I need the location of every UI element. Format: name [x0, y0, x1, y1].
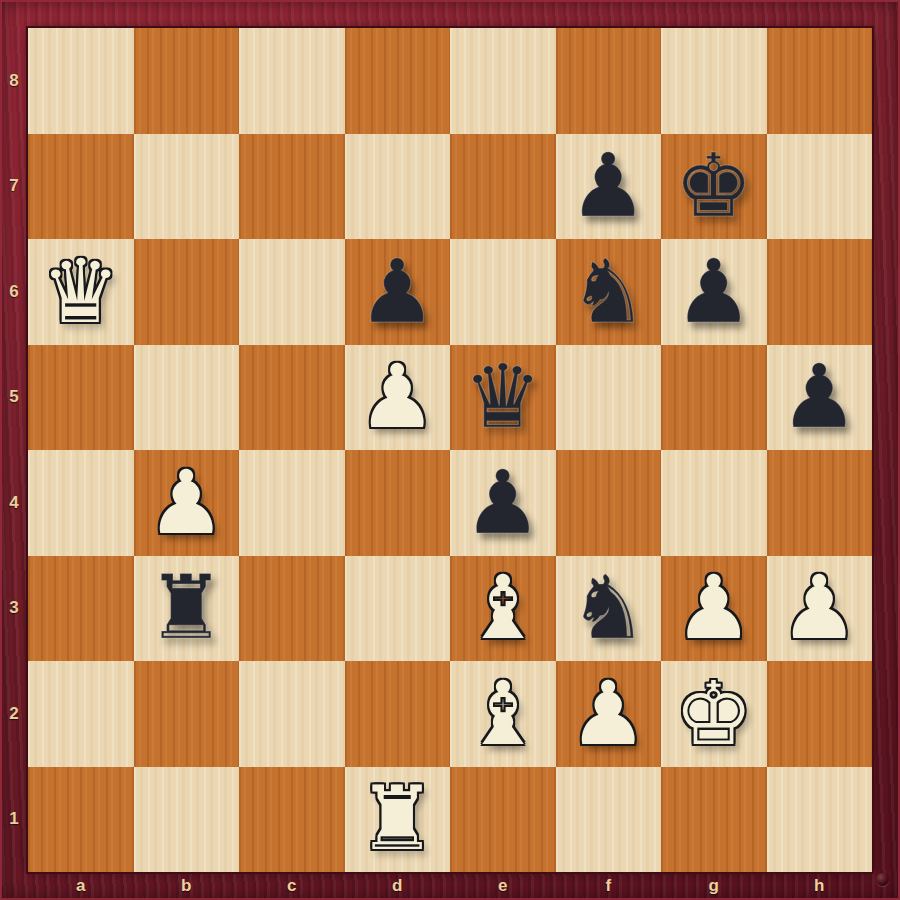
square-d4[interactable]: [345, 450, 451, 556]
piece-black-rook-b3[interactable]: ♜: [147, 564, 226, 652]
piece-black-pawn-d6[interactable]: ♟: [358, 248, 437, 336]
rank-label-1: 1: [0, 767, 28, 873]
piece-black-knight-f3[interactable]: ♞: [569, 564, 648, 652]
piece-black-pawn-h5[interactable]: ♟: [780, 353, 859, 441]
square-a2[interactable]: [28, 661, 134, 767]
rank-label-8: 8: [0, 28, 28, 134]
square-g7[interactable]: ♚: [661, 134, 767, 240]
square-c8[interactable]: [239, 28, 345, 134]
piece-white-bishop-e3[interactable]: ♝: [463, 564, 542, 652]
square-e4[interactable]: ♟: [450, 450, 556, 556]
rank-label-6: 6: [0, 239, 28, 345]
square-h3[interactable]: ♟: [767, 556, 873, 662]
square-c6[interactable]: [239, 239, 345, 345]
piece-black-king-g7[interactable]: ♚: [674, 142, 753, 230]
square-h4[interactable]: [767, 450, 873, 556]
piece-black-pawn-e4[interactable]: ♟: [463, 459, 542, 547]
square-d3[interactable]: [345, 556, 451, 662]
piece-white-king-g2[interactable]: ♚: [674, 670, 753, 758]
square-b4[interactable]: ♟: [134, 450, 240, 556]
square-f1[interactable]: [556, 767, 662, 873]
square-b5[interactable]: [134, 345, 240, 451]
square-c4[interactable]: [239, 450, 345, 556]
square-g4[interactable]: [661, 450, 767, 556]
square-f4[interactable]: [556, 450, 662, 556]
square-d5[interactable]: ♟: [345, 345, 451, 451]
square-e5[interactable]: ♛: [450, 345, 556, 451]
square-f3[interactable]: ♞: [556, 556, 662, 662]
square-h8[interactable]: [767, 28, 873, 134]
square-b7[interactable]: [134, 134, 240, 240]
square-e6[interactable]: [450, 239, 556, 345]
piece-white-pawn-h3[interactable]: ♟: [780, 564, 859, 652]
rank-label-5: 5: [0, 345, 28, 451]
file-label-g: g: [661, 872, 767, 900]
piece-black-queen-e5[interactable]: ♛: [463, 353, 542, 441]
square-a8[interactable]: [28, 28, 134, 134]
square-d8[interactable]: [345, 28, 451, 134]
file-label-b: b: [134, 872, 240, 900]
file-label-h: h: [767, 872, 873, 900]
square-b8[interactable]: [134, 28, 240, 134]
square-g3[interactable]: ♟: [661, 556, 767, 662]
file-labels: abcdefgh: [28, 872, 872, 900]
square-b3[interactable]: ♜: [134, 556, 240, 662]
file-label-a: a: [28, 872, 134, 900]
square-h5[interactable]: ♟: [767, 345, 873, 451]
square-g6[interactable]: ♟: [661, 239, 767, 345]
piece-black-knight-f6[interactable]: ♞: [569, 248, 648, 336]
square-d1[interactable]: ♜: [345, 767, 451, 873]
piece-white-pawn-f2[interactable]: ♟: [569, 670, 648, 758]
square-e7[interactable]: [450, 134, 556, 240]
piece-black-pawn-g6[interactable]: ♟: [674, 248, 753, 336]
file-label-c: c: [239, 872, 345, 900]
square-e8[interactable]: [450, 28, 556, 134]
square-h7[interactable]: [767, 134, 873, 240]
square-d7[interactable]: [345, 134, 451, 240]
square-a7[interactable]: [28, 134, 134, 240]
square-g8[interactable]: [661, 28, 767, 134]
square-e3[interactable]: ♝: [450, 556, 556, 662]
file-label-e: e: [450, 872, 556, 900]
board: ♟♚♛♟♞♟♟♛♟♟♟♜♝♞♟♟♝♟♚♜: [28, 28, 872, 872]
square-d2[interactable]: [345, 661, 451, 767]
square-h1[interactable]: [767, 767, 873, 873]
piece-white-rook-d1[interactable]: ♜: [358, 775, 437, 863]
rank-label-4: 4: [0, 450, 28, 556]
square-b1[interactable]: [134, 767, 240, 873]
rank-label-7: 7: [0, 134, 28, 240]
piece-white-pawn-g3[interactable]: ♟: [674, 564, 753, 652]
square-f7[interactable]: ♟: [556, 134, 662, 240]
square-d6[interactable]: ♟: [345, 239, 451, 345]
square-f8[interactable]: [556, 28, 662, 134]
square-a1[interactable]: [28, 767, 134, 873]
rank-label-3: 3: [0, 556, 28, 662]
square-a3[interactable]: [28, 556, 134, 662]
rank-labels: 87654321: [0, 28, 28, 872]
square-g2[interactable]: ♚: [661, 661, 767, 767]
square-a6[interactable]: ♛: [28, 239, 134, 345]
file-label-f: f: [556, 872, 662, 900]
square-f5[interactable]: [556, 345, 662, 451]
square-c5[interactable]: [239, 345, 345, 451]
frame-screw: [876, 873, 889, 886]
square-b2[interactable]: [134, 661, 240, 767]
square-a4[interactable]: [28, 450, 134, 556]
board-frame: 87654321 ♟♚♛♟♞♟♟♛♟♟♟♜♝♞♟♟♝♟♚♜ abcdefgh: [0, 0, 900, 900]
square-b6[interactable]: [134, 239, 240, 345]
piece-white-pawn-b4[interactable]: ♟: [147, 459, 226, 547]
rank-label-2: 2: [0, 661, 28, 767]
square-f6[interactable]: ♞: [556, 239, 662, 345]
square-h6[interactable]: [767, 239, 873, 345]
square-h2[interactable]: [767, 661, 873, 767]
file-label-d: d: [345, 872, 451, 900]
square-c3[interactable]: [239, 556, 345, 662]
square-e2[interactable]: ♝: [450, 661, 556, 767]
piece-white-queen-a6[interactable]: ♛: [41, 248, 120, 336]
square-c7[interactable]: [239, 134, 345, 240]
piece-white-bishop-e2[interactable]: ♝: [463, 670, 542, 758]
square-c1[interactable]: [239, 767, 345, 873]
square-a5[interactable]: [28, 345, 134, 451]
square-c2[interactable]: [239, 661, 345, 767]
piece-black-pawn-f7[interactable]: ♟: [569, 142, 648, 230]
square-g1[interactable]: [661, 767, 767, 873]
square-e1[interactable]: [450, 767, 556, 873]
square-g5[interactable]: [661, 345, 767, 451]
square-f2[interactable]: ♟: [556, 661, 662, 767]
piece-white-pawn-d5[interactable]: ♟: [358, 353, 437, 441]
